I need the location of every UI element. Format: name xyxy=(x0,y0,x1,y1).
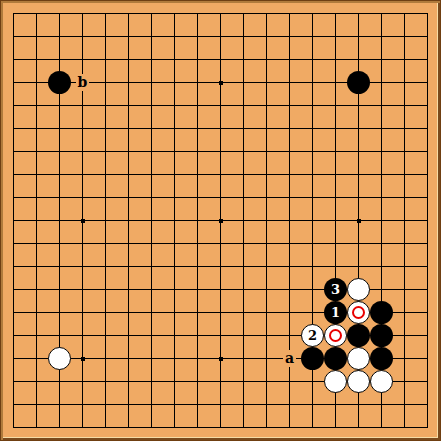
black-stone xyxy=(370,347,393,370)
hoshi-dot xyxy=(357,219,361,223)
black-stone: 3 xyxy=(324,278,347,301)
hoshi-dot xyxy=(81,219,85,223)
black-stone xyxy=(301,347,324,370)
point-label-text: a xyxy=(283,350,296,367)
black-stone: 1 xyxy=(324,301,347,324)
hoshi-dot xyxy=(81,357,85,361)
black-stone xyxy=(324,347,347,370)
black-stone xyxy=(347,71,370,94)
black-stone xyxy=(370,324,393,347)
move-number: 3 xyxy=(331,283,340,296)
white-stone xyxy=(48,347,71,370)
point-label-a: a xyxy=(278,347,301,370)
circle-marker-icon xyxy=(329,329,342,342)
move-number: 2 xyxy=(308,329,317,342)
white-stone xyxy=(324,370,347,393)
point-label-text: b xyxy=(76,74,89,91)
white-stone xyxy=(370,370,393,393)
black-stone xyxy=(347,324,370,347)
point-label-b: b xyxy=(71,71,94,94)
white-stone xyxy=(347,347,370,370)
hoshi-dot xyxy=(219,357,223,361)
white-stone xyxy=(347,370,370,393)
black-stone xyxy=(48,71,71,94)
white-stone xyxy=(324,324,347,347)
move-number: 1 xyxy=(331,306,340,319)
circle-marker-icon xyxy=(352,306,365,319)
black-stone xyxy=(370,301,393,324)
white-stone xyxy=(347,278,370,301)
hoshi-dot xyxy=(219,81,223,85)
board-grid: ab312 xyxy=(2,2,439,439)
white-stone xyxy=(347,301,370,324)
white-stone: 2 xyxy=(301,324,324,347)
hoshi-dot xyxy=(219,219,223,223)
go-board: ab312 xyxy=(0,0,441,441)
